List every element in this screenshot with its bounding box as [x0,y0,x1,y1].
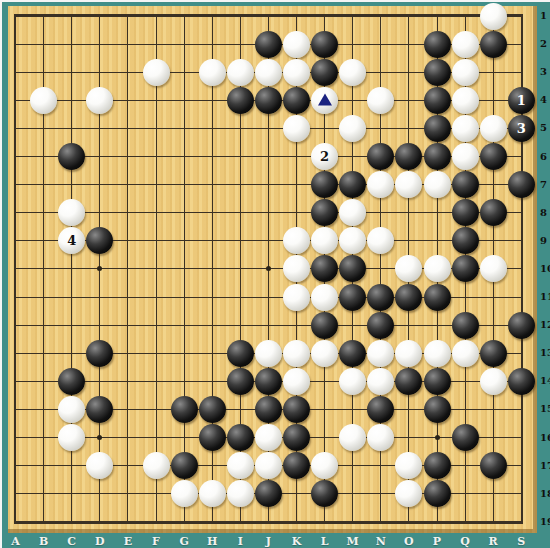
black-stone-Q12 [452,312,479,339]
white-stone-P7 [424,171,451,198]
black-stone-R17 [480,452,507,479]
row-label-18: 18 [540,488,550,499]
white-stone-R10 [480,255,507,282]
black-stone-N11 [367,284,394,311]
white-stone-K5 [283,115,310,142]
column-label-S: S [517,535,525,548]
black-stone-C14 [58,368,85,395]
black-stone-S7 [508,171,535,198]
black-stone-N15 [367,396,394,423]
black-stone-P3 [424,59,451,86]
black-stone-S4: 1 [508,87,535,114]
white-stone-N14 [367,368,394,395]
white-stone-Q2 [452,31,479,58]
white-stone-K13 [283,340,310,367]
black-stone-J15 [255,396,282,423]
black-stone-G17 [171,452,198,479]
black-stone-P6 [424,143,451,170]
black-stone-P15 [424,396,451,423]
white-stone-G18 [171,480,198,507]
white-stone-L6: 2 [311,143,338,170]
column-label-J: J [266,535,271,548]
row-label-2: 2 [540,38,547,49]
white-stone-C16 [58,424,85,451]
row-label-1: 1 [540,10,547,21]
row-label-13: 13 [540,347,550,358]
row-label-3: 3 [540,66,547,77]
black-stone-L7 [311,171,338,198]
white-stone-N4 [367,87,394,114]
column-label-M: M [347,535,359,548]
white-stone-R5 [480,115,507,142]
black-stone-H15 [199,396,226,423]
black-stone-Q10 [452,255,479,282]
black-stone-D15 [86,396,113,423]
column-label-D: D [95,535,105,548]
white-stone-Q13 [452,340,479,367]
column-label-H: H [207,535,217,548]
white-stone-M5 [339,115,366,142]
white-stone-K3 [283,59,310,86]
white-stone-M3 [339,59,366,86]
white-stone-J16 [255,424,282,451]
column-label-P: P [433,535,441,548]
white-stone-J3 [255,59,282,86]
white-stone-M14 [339,368,366,395]
column-label-F: F [152,535,160,548]
black-stone-P11 [424,284,451,311]
star-point [435,435,440,440]
column-label-C: C [67,535,76,548]
black-stone-H16 [199,424,226,451]
black-stone-R13 [480,340,507,367]
black-stone-S12 [508,312,535,339]
white-stone-P13 [424,340,451,367]
black-stone-M13 [339,340,366,367]
black-stone-D13 [86,340,113,367]
row-label-8: 8 [540,207,547,218]
white-stone-J17 [255,452,282,479]
black-stone-R8 [480,199,507,226]
white-stone-K11 [283,284,310,311]
black-stone-L3 [311,59,338,86]
black-stone-P17 [424,452,451,479]
white-stone-L13 [311,340,338,367]
row-label-16: 16 [540,431,550,442]
black-stone-O14 [395,368,422,395]
black-stone-J18 [255,480,282,507]
black-stone-I4 [227,87,254,114]
black-stone-I14 [227,368,254,395]
column-label-O: O [404,535,414,548]
white-stone-C9: 4 [58,227,85,254]
move-number-label: 4 [58,227,85,254]
white-stone-Q3 [452,59,479,86]
black-stone-J14 [255,368,282,395]
row-label-9: 9 [540,235,547,246]
column-label-L: L [321,535,329,548]
white-stone-R14 [480,368,507,395]
black-stone-K15 [283,396,310,423]
white-stone-H3 [199,59,226,86]
triangle-mark-icon [318,94,332,106]
row-label-7: 7 [540,179,547,190]
black-stone-S14 [508,368,535,395]
black-stone-Q9 [452,227,479,254]
white-stone-Q4 [452,87,479,114]
white-stone-Q5 [452,115,479,142]
white-stone-L17 [311,452,338,479]
black-stone-I16 [227,424,254,451]
white-stone-D4 [86,87,113,114]
go-game-screenshot: 1324ABCDEFGHIJKLMNOPQRS12345678910111213… [0,0,550,548]
black-stone-Q8 [452,199,479,226]
move-number-label: 3 [508,115,535,142]
black-stone-L2 [311,31,338,58]
row-label-10: 10 [540,263,550,274]
black-stone-K4 [283,87,310,114]
black-stone-P4 [424,87,451,114]
column-label-I: I [238,535,243,548]
move-number-label: 2 [311,143,338,170]
row-label-5: 5 [540,122,547,133]
column-label-R: R [489,535,498,548]
white-stone-L11 [311,284,338,311]
white-stone-J13 [255,340,282,367]
black-stone-J4 [255,87,282,114]
black-stone-S5: 3 [508,115,535,142]
black-stone-J2 [255,31,282,58]
column-label-G: G [179,535,188,548]
black-stone-I13 [227,340,254,367]
row-label-15: 15 [540,403,550,414]
row-label-6: 6 [540,150,547,161]
black-stone-Q7 [452,171,479,198]
black-stone-N12 [367,312,394,339]
white-stone-P10 [424,255,451,282]
white-stone-I3 [227,59,254,86]
column-label-A: A [11,535,20,548]
white-stone-Q6 [452,143,479,170]
row-label-17: 17 [540,460,550,471]
black-stone-C6 [58,143,85,170]
white-stone-O13 [395,340,422,367]
black-stone-L12 [311,312,338,339]
row-label-14: 14 [540,375,550,386]
black-stone-P14 [424,368,451,395]
black-stone-P2 [424,31,451,58]
white-stone-I17 [227,452,254,479]
black-stone-O11 [395,284,422,311]
white-stone-K2 [283,31,310,58]
white-stone-K14 [283,368,310,395]
white-stone-M16 [339,424,366,451]
column-label-Q: Q [460,535,470,548]
black-stone-G15 [171,396,198,423]
black-stone-K17 [283,452,310,479]
row-label-19: 19 [540,516,550,527]
black-stone-K16 [283,424,310,451]
column-label-E: E [124,535,132,548]
white-stone-F3 [143,59,170,86]
white-stone-I18 [227,480,254,507]
black-stone-R6 [480,143,507,170]
row-label-12: 12 [540,319,550,330]
white-stone-H18 [199,480,226,507]
row-label-11: 11 [540,291,550,302]
black-stone-R2 [480,31,507,58]
column-label-K: K [292,535,302,548]
column-label-N: N [376,535,386,548]
white-stone-R1 [480,3,507,30]
move-number-label: 1 [508,87,535,114]
black-stone-P18 [424,480,451,507]
row-label-4: 4 [540,94,547,105]
white-stone-L4 [311,87,338,114]
white-stone-N13 [367,340,394,367]
black-stone-M11 [339,284,366,311]
black-stone-Q16 [452,424,479,451]
white-stone-F17 [143,452,170,479]
black-stone-P5 [424,115,451,142]
white-stone-C15 [58,396,85,423]
column-label-B: B [39,535,48,548]
white-stone-B4 [30,87,57,114]
